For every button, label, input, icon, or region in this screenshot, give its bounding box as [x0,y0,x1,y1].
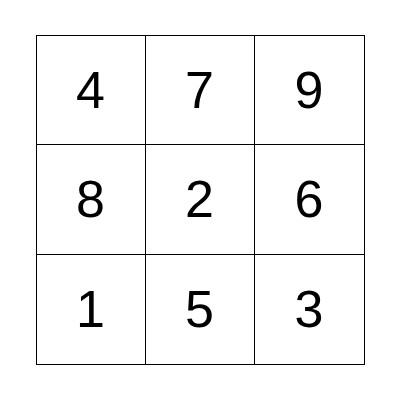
cell-value: 3 [295,283,324,335]
cell-value: 1 [76,283,105,335]
cell-value: 4 [76,64,105,116]
grid-cell-r2c1[interactable]: 5 [146,255,255,364]
grid-cell-r0c0[interactable]: 4 [37,36,146,145]
cell-value: 9 [295,64,324,116]
grid-cell-r1c0[interactable]: 8 [37,145,146,254]
cell-value: 8 [76,173,105,225]
cell-value: 2 [185,173,214,225]
cell-value: 5 [185,283,214,335]
puzzle-board: 4 7 9 8 2 6 1 5 3 [36,35,365,365]
grid-cell-r1c1[interactable]: 2 [146,145,255,254]
grid-cell-r0c2[interactable]: 9 [255,36,364,145]
cell-value: 6 [295,173,324,225]
grid-cell-r1c2[interactable]: 6 [255,145,364,254]
grid-cell-r2c0[interactable]: 1 [37,255,146,364]
cell-value: 7 [185,64,214,116]
grid-cell-r0c1[interactable]: 7 [146,36,255,145]
grid-cell-r2c2[interactable]: 3 [255,255,364,364]
